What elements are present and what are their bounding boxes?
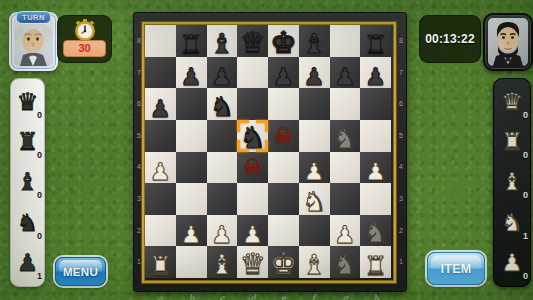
black-pawn-piece: ♟ (207, 65, 238, 89)
bishop-icon: ♝ (501, 168, 523, 195)
item-button[interactable]: ITEM (427, 252, 485, 285)
square-d1[interactable]: ♛ (237, 246, 268, 278)
knight-count: 0 (37, 231, 42, 241)
pawn-count: 1 (37, 271, 42, 281)
captured-knight-row: ♞0 (11, 204, 44, 242)
square-d8[interactable]: ♛ (237, 25, 268, 57)
square-a5[interactable] (145, 120, 176, 152)
square-b5[interactable] (176, 120, 207, 152)
knight-icon: ♞ (501, 209, 523, 236)
black-pawn-piece: ♟ (330, 65, 361, 89)
file-label-b: b (189, 294, 194, 300)
rank-label-6-right: 6 (399, 100, 403, 107)
game-clock: 00:13:22 (419, 15, 481, 63)
white-knight-piece: ♞ (299, 189, 330, 216)
square-e6[interactable] (268, 88, 299, 120)
black-pawn-piece: ♟ (176, 65, 207, 89)
rank-label-5-right: 5 (399, 132, 403, 139)
square-c7[interactable]: ♟ (207, 57, 238, 89)
captured-queen-row: ♛0 (494, 83, 530, 121)
file-label-e: e (281, 294, 286, 300)
bishop-icon: ♝ (17, 168, 39, 195)
menu-button-label: MENU (63, 266, 98, 278)
square-d7[interactable] (237, 57, 268, 89)
square-f8[interactable]: ♝ (299, 25, 330, 57)
square-f6[interactable] (299, 88, 330, 120)
black-pawn-piece: ♟ (360, 65, 391, 89)
black-pawn-piece: ♟ (299, 65, 330, 89)
white-rook-piece: ♜ (145, 253, 176, 279)
square-a3[interactable] (145, 183, 176, 215)
square-g2[interactable]: ♟ (330, 215, 361, 247)
ghost-white-knight-piece: ♞ (360, 220, 391, 247)
rank-label-1-right: 1 (399, 258, 403, 265)
black-king-piece: ♚ (268, 28, 299, 58)
square-c6[interactable]: ♞ (207, 88, 238, 120)
rank-label-8-right: 8 (399, 37, 403, 44)
danger-skull-icon: ☠ (237, 156, 268, 177)
captured-tray-black: ♛0♜0♝0♞0♟1 (10, 78, 45, 287)
square-g1[interactable]: ♞ (330, 246, 361, 278)
square-g7[interactable]: ♟ (330, 57, 361, 89)
captured-pawn-row: ♟0 (494, 244, 530, 282)
square-g6[interactable] (330, 88, 361, 120)
captured-tray-white: ♛0♜0♝0♞1♟0 (493, 78, 531, 287)
knight-count: 1 (523, 231, 528, 241)
file-label-g: g (343, 294, 348, 300)
square-a8[interactable] (145, 25, 176, 57)
move-timer-value: 30 (63, 40, 106, 57)
square-b8[interactable]: ♜ (176, 25, 207, 57)
black-knight-piece: ♞ (207, 94, 238, 121)
square-f5[interactable] (299, 120, 330, 152)
white-king-piece: ♚ (268, 249, 299, 279)
rook-count: 0 (523, 150, 528, 160)
rank-label-7-left: 7 (137, 69, 141, 76)
square-e7[interactable]: ♟ (268, 57, 299, 89)
game-screen: { "game": "chess", "app_title": "Chess M… (0, 0, 533, 300)
square-b2[interactable]: ♟ (176, 215, 207, 247)
square-e5[interactable]: ☠ (268, 120, 299, 152)
black-knight-piece: ♞ (237, 123, 268, 153)
white-bishop-piece: ♝ (299, 252, 330, 279)
rank-label-4-left: 4 (137, 163, 141, 170)
square-h2[interactable]: ♞ (360, 215, 391, 247)
square-b1[interactable] (176, 246, 207, 278)
square-f4[interactable]: ♟ (299, 152, 330, 184)
captured-bishop-row: ♝0 (11, 163, 44, 201)
square-g3[interactable] (330, 183, 361, 215)
captured-bishop-row: ♝0 (494, 163, 530, 201)
square-h8[interactable]: ♜ (360, 25, 391, 57)
black-bishop-piece: ♝ (207, 31, 238, 58)
ghost-white-knight-piece: ♞ (330, 252, 361, 279)
pawn-count: 0 (523, 271, 528, 281)
square-a6[interactable]: ♟ (145, 88, 176, 120)
white-rook-piece: ♜ (360, 253, 391, 279)
file-label-h: h (373, 294, 378, 300)
black-queen-piece: ♛ (237, 29, 268, 58)
white-pawn-piece: ♟ (299, 160, 330, 184)
square-h5[interactable] (360, 120, 391, 152)
square-c3[interactable] (207, 183, 238, 215)
square-f7[interactable]: ♟ (299, 57, 330, 89)
queen-icon: ♛ (17, 88, 39, 115)
pawn-icon: ♟ (17, 249, 39, 276)
right-player-card (483, 13, 533, 71)
captured-queen-row: ♛0 (11, 83, 44, 121)
move-timer-panel: 30 (57, 15, 112, 63)
queen-count: 0 (37, 110, 42, 120)
rook-icon: ♜ (501, 128, 523, 155)
white-pawn-piece: ♟ (145, 160, 176, 184)
rank-label-3-right: 3 (399, 195, 403, 202)
square-g5[interactable]: ♞ (330, 120, 361, 152)
square-c1[interactable]: ♝ (207, 246, 238, 278)
square-c8[interactable]: ♝ (207, 25, 238, 57)
square-f1[interactable]: ♝ (299, 246, 330, 278)
knight-icon: ♞ (17, 209, 39, 236)
black-pawn-piece: ♟ (145, 97, 176, 121)
black-bishop-piece: ♝ (299, 31, 330, 58)
square-b3[interactable] (176, 183, 207, 215)
rank-label-2-right: 2 (399, 227, 403, 234)
captured-rook-row: ♜0 (494, 123, 530, 161)
square-e8[interactable]: ♚ (268, 25, 299, 57)
captured-knight-row: ♞1 (494, 204, 530, 242)
square-c4[interactable] (207, 152, 238, 184)
square-d2[interactable]: ♟ (237, 215, 268, 247)
captured-rook-row: ♜0 (11, 123, 44, 161)
turn-indicator: TURN (15, 11, 52, 24)
bishop-count: 0 (523, 190, 528, 200)
square-a7[interactable] (145, 57, 176, 89)
white-pawn-piece: ♟ (176, 223, 207, 247)
ghost-white-knight-piece: ♞ (330, 126, 361, 153)
square-a2[interactable] (145, 215, 176, 247)
square-b4[interactable] (176, 152, 207, 184)
rook-icon: ♜ (17, 128, 39, 155)
danger-skull-icon: ☠ (268, 125, 299, 146)
black-rook-piece: ♜ (176, 32, 207, 58)
rook-count: 0 (37, 150, 42, 160)
square-e3[interactable] (268, 183, 299, 215)
file-label-c: c (220, 294, 225, 300)
square-g8[interactable] (330, 25, 361, 57)
captured-pawn-row: ♟1 (11, 244, 44, 282)
file-label-f: f (312, 294, 315, 300)
queen-count: 0 (523, 110, 528, 120)
file-label-a: a (158, 294, 163, 300)
white-queen-piece: ♛ (237, 250, 268, 279)
square-e4[interactable] (268, 152, 299, 184)
item-button-label: ITEM (440, 262, 471, 276)
square-e2[interactable] (268, 215, 299, 247)
rank-label-2-left: 2 (137, 227, 141, 234)
square-g4[interactable] (330, 152, 361, 184)
white-pawn-piece: ♟ (360, 160, 391, 184)
rank-label-7-right: 7 (399, 69, 403, 76)
white-bishop-piece: ♝ (207, 252, 238, 279)
square-c2[interactable]: ♟ (207, 215, 238, 247)
bishop-count: 0 (37, 190, 42, 200)
square-e1[interactable]: ♚ (268, 246, 299, 278)
square-d5[interactable]: ♞ (237, 120, 268, 152)
square-b7[interactable]: ♟ (176, 57, 207, 89)
square-a4[interactable]: ♟ (145, 152, 176, 184)
file-label-d: d (250, 294, 255, 300)
rank-label-1-left: 1 (137, 258, 141, 265)
white-pawn-piece: ♟ (207, 223, 238, 247)
pawn-icon: ♟ (501, 249, 523, 276)
square-d3[interactable] (237, 183, 268, 215)
rank-label-5-left: 5 (137, 132, 141, 139)
square-h1[interactable]: ♜ (360, 246, 391, 278)
square-f2[interactable] (299, 215, 330, 247)
menu-button[interactable]: MENU (55, 257, 106, 286)
square-d6[interactable] (237, 88, 268, 120)
left-player-card: TURN (9, 12, 58, 71)
square-h3[interactable] (360, 183, 391, 215)
black-rook-piece: ♜ (360, 32, 391, 58)
chess-board: ♜♝♛♚♝♜♟♟♟♟♟♟♟♞♞☠♞♟☠♟♟♞♟♟♟♟♞♜♝♛♚♝♞♜ abcde… (133, 12, 407, 292)
white-pawn-piece: ♟ (330, 223, 361, 247)
einstein-avatar (14, 17, 53, 66)
rank-label-6-left: 6 (137, 100, 141, 107)
square-c5[interactable] (207, 120, 238, 152)
white-pawn-piece: ♟ (237, 223, 268, 247)
square-h7[interactable]: ♟ (360, 57, 391, 89)
rank-label-8-left: 8 (137, 37, 141, 44)
square-h6[interactable] (360, 88, 391, 120)
black-pawn-piece: ♟ (268, 65, 299, 89)
queen-icon: ♛ (501, 88, 523, 115)
rank-label-3-left: 3 (137, 195, 141, 202)
selection-bracket (237, 120, 268, 152)
board-grid: ♜♝♛♚♝♜♟♟♟♟♟♟♟♞♞☠♞♟☠♟♟♞♟♟♟♟♞♜♝♛♚♝♞♜ (145, 25, 391, 278)
square-b6[interactable] (176, 88, 207, 120)
rank-label-4-right: 4 (399, 163, 403, 170)
square-f3[interactable]: ♞ (299, 183, 330, 215)
lincoln-avatar (488, 18, 528, 66)
square-h4[interactable]: ♟ (360, 152, 391, 184)
square-a1[interactable]: ♜ (145, 246, 176, 278)
square-d4[interactable]: ☠ (237, 152, 268, 184)
